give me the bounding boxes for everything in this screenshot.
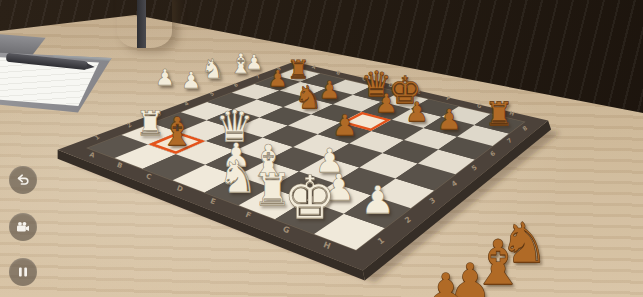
- piece-black-bishop-b2[interactable]: ♝: [160, 112, 195, 151]
- pause-button[interactable]: [9, 258, 37, 286]
- piece-black-pawn-f7[interactable]: ♟: [405, 99, 429, 126]
- captured-white-pawn: ♟: [155, 66, 175, 88]
- piece-white-king-g1[interactable]: ♚: [283, 168, 336, 227]
- pause-icon: [15, 264, 31, 280]
- piece-black-pawn-a7[interactable]: ♟: [268, 67, 288, 89]
- undo-arrow-icon: [15, 172, 31, 188]
- piece-white-pawn-h2[interactable]: ♟: [361, 181, 395, 219]
- camera-button[interactable]: [9, 213, 37, 241]
- video-camera-icon: [15, 219, 31, 235]
- chess-app-screen: AABBCCDDEEFFGGHH1122334455667788 ♚♛♜♜♝♞♟…: [0, 0, 643, 297]
- captured-white-bishop: ♝: [229, 50, 253, 77]
- piece-black-rook-a8[interactable]: ♜: [287, 56, 310, 81]
- undo-button[interactable]: [9, 166, 37, 194]
- piece-white-knight-e1[interactable]: ♞: [218, 155, 258, 199]
- piece-black-knight-c6[interactable]: ♞: [294, 82, 322, 113]
- captured-white-pawn: ♟: [181, 69, 201, 92]
- piece-black-rook-h8[interactable]: ♜: [485, 99, 514, 131]
- captured-white-knight: ♞: [201, 56, 225, 83]
- captured-black-pawn: ♟: [424, 267, 469, 297]
- piece-black-pawn-g7[interactable]: ♟: [437, 106, 462, 134]
- piece-black-pawn-e7[interactable]: ♟: [375, 92, 398, 118]
- piece-black-pawn-e5[interactable]: ♟: [332, 112, 358, 140]
